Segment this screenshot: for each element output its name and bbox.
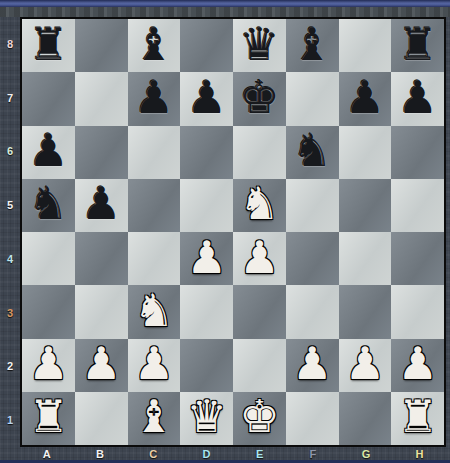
rank-labels: 87654321 <box>0 17 20 447</box>
title-bar <box>0 0 450 7</box>
white-pawn[interactable]: ♟ <box>28 341 68 386</box>
square-c7[interactable]: ♟ <box>128 72 181 125</box>
file-label-d: D <box>180 447 233 460</box>
square-e5[interactable]: ♞ <box>233 179 286 232</box>
white-pawn[interactable]: ♟ <box>81 341 121 386</box>
black-pawn[interactable]: ♟ <box>397 75 437 120</box>
white-pawn[interactable]: ♟ <box>397 341 437 386</box>
square-d8[interactable] <box>180 19 233 72</box>
square-b3[interactable] <box>75 285 128 338</box>
square-c2[interactable]: ♟ <box>128 339 181 392</box>
black-king[interactable]: ♚ <box>239 75 279 120</box>
square-c5[interactable] <box>128 179 181 232</box>
rank-label-2: 2 <box>0 340 20 394</box>
square-h8[interactable]: ♜ <box>391 19 444 72</box>
square-a4[interactable] <box>22 232 75 285</box>
square-d7[interactable]: ♟ <box>180 72 233 125</box>
white-queen[interactable]: ♛ <box>186 394 226 439</box>
square-g2[interactable]: ♟ <box>339 339 392 392</box>
square-h6[interactable] <box>391 126 444 179</box>
square-f6[interactable]: ♞ <box>286 126 339 179</box>
file-labels: ABCDEFGH <box>20 447 446 460</box>
square-h2[interactable]: ♟ <box>391 339 444 392</box>
black-knight[interactable]: ♞ <box>292 128 332 173</box>
white-rook[interactable]: ♜ <box>397 394 437 439</box>
square-e4[interactable]: ♟ <box>233 232 286 285</box>
square-b2[interactable]: ♟ <box>75 339 128 392</box>
rank-label-3: 3 <box>0 286 20 340</box>
square-a6[interactable]: ♟ <box>22 126 75 179</box>
square-h4[interactable] <box>391 232 444 285</box>
rank-label-6: 6 <box>0 125 20 179</box>
square-h5[interactable] <box>391 179 444 232</box>
rank-label-1: 1 <box>0 393 20 447</box>
board-frame: 87654321 ♜♝♛♝♜♟♟♚♟♟♟♞♞♟♞♟♟♞♟♟♟♟♟♟♜♝♛♚♜ A… <box>0 7 450 463</box>
square-b1[interactable] <box>75 392 128 445</box>
file-label-g: G <box>340 447 393 460</box>
square-d5[interactable] <box>180 179 233 232</box>
square-c6[interactable] <box>128 126 181 179</box>
black-queen[interactable]: ♛ <box>239 22 279 67</box>
square-d6[interactable] <box>180 126 233 179</box>
square-d4[interactable]: ♟ <box>180 232 233 285</box>
square-c8[interactable]: ♝ <box>128 19 181 72</box>
square-a7[interactable] <box>22 72 75 125</box>
square-e6[interactable] <box>233 126 286 179</box>
square-f5[interactable] <box>286 179 339 232</box>
white-pawn[interactable]: ♟ <box>186 235 226 280</box>
white-rook[interactable]: ♜ <box>28 394 68 439</box>
square-a8[interactable]: ♜ <box>22 19 75 72</box>
square-f2[interactable]: ♟ <box>286 339 339 392</box>
square-c4[interactable] <box>128 232 181 285</box>
square-d2[interactable] <box>180 339 233 392</box>
square-h3[interactable] <box>391 285 444 338</box>
square-e2[interactable] <box>233 339 286 392</box>
rank-label-5: 5 <box>0 178 20 232</box>
square-f1[interactable] <box>286 392 339 445</box>
file-label-f: F <box>286 447 339 460</box>
black-pawn[interactable]: ♟ <box>345 75 385 120</box>
black-bishop[interactable]: ♝ <box>134 22 174 67</box>
square-h1[interactable]: ♜ <box>391 392 444 445</box>
square-f8[interactable]: ♝ <box>286 19 339 72</box>
file-label-a: A <box>20 447 73 460</box>
file-label-e: E <box>233 447 286 460</box>
square-f4[interactable] <box>286 232 339 285</box>
square-a3[interactable] <box>22 285 75 338</box>
file-label-b: B <box>73 447 126 460</box>
square-g7[interactable]: ♟ <box>339 72 392 125</box>
square-g8[interactable] <box>339 19 392 72</box>
black-rook[interactable]: ♜ <box>28 22 68 67</box>
black-knight[interactable]: ♞ <box>28 181 68 226</box>
rank-label-7: 7 <box>0 71 20 125</box>
black-bishop[interactable]: ♝ <box>292 22 332 67</box>
square-e3[interactable] <box>233 285 286 338</box>
white-pawn[interactable]: ♟ <box>134 341 174 386</box>
white-knight[interactable]: ♞ <box>239 181 279 226</box>
black-pawn[interactable]: ♟ <box>81 181 121 226</box>
white-pawn[interactable]: ♟ <box>345 341 385 386</box>
square-g1[interactable] <box>339 392 392 445</box>
square-b6[interactable] <box>75 126 128 179</box>
chess-app-window: 87654321 ♜♝♛♝♜♟♟♚♟♟♟♞♞♟♞♟♟♞♟♟♟♟♟♟♜♝♛♚♜ A… <box>0 0 450 463</box>
square-b7[interactable] <box>75 72 128 125</box>
square-a5[interactable]: ♞ <box>22 179 75 232</box>
square-c1[interactable]: ♝ <box>128 392 181 445</box>
rank-label-8: 8 <box>0 17 20 71</box>
black-pawn[interactable]: ♟ <box>134 75 174 120</box>
white-bishop[interactable]: ♝ <box>134 394 174 439</box>
frame-top-strip <box>0 7 450 17</box>
square-a2[interactable]: ♟ <box>22 339 75 392</box>
white-king[interactable]: ♚ <box>239 394 279 439</box>
square-f3[interactable] <box>286 285 339 338</box>
square-e8[interactable]: ♛ <box>233 19 286 72</box>
square-g3[interactable] <box>339 285 392 338</box>
square-h7[interactable]: ♟ <box>391 72 444 125</box>
white-pawn[interactable]: ♟ <box>292 341 332 386</box>
square-d1[interactable]: ♛ <box>180 392 233 445</box>
white-pawn[interactable]: ♟ <box>239 235 279 280</box>
square-g5[interactable] <box>339 179 392 232</box>
chess-board: ♜♝♛♝♜♟♟♚♟♟♟♞♞♟♞♟♟♞♟♟♟♟♟♟♜♝♛♚♜ <box>20 17 446 447</box>
square-b8[interactable] <box>75 19 128 72</box>
black-pawn[interactable]: ♟ <box>186 75 226 120</box>
square-g6[interactable] <box>339 126 392 179</box>
square-b4[interactable] <box>75 232 128 285</box>
square-a1[interactable]: ♜ <box>22 392 75 445</box>
square-d3[interactable] <box>180 285 233 338</box>
square-g4[interactable] <box>339 232 392 285</box>
square-f7[interactable] <box>286 72 339 125</box>
rank-label-4: 4 <box>0 232 20 286</box>
square-c3[interactable]: ♞ <box>128 285 181 338</box>
file-label-h: H <box>393 447 446 460</box>
square-b5[interactable]: ♟ <box>75 179 128 232</box>
black-rook[interactable]: ♜ <box>397 22 437 67</box>
white-knight[interactable]: ♞ <box>134 288 174 333</box>
square-e1[interactable]: ♚ <box>233 392 286 445</box>
black-pawn[interactable]: ♟ <box>28 128 68 173</box>
file-label-c: C <box>127 447 180 460</box>
square-e7[interactable]: ♚ <box>233 72 286 125</box>
